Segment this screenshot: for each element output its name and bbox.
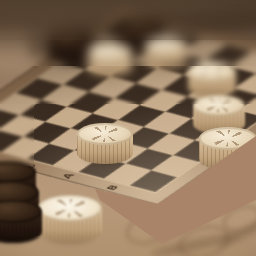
- piece-top: [77, 123, 133, 145]
- light-checker-piece[interactable]: [88, 43, 132, 76]
- carved-rosette-icon: [195, 64, 230, 78]
- light-checker-piece[interactable]: [145, 37, 187, 68]
- carved-rosette-icon: [94, 46, 126, 59]
- piece-top: [145, 37, 187, 54]
- carved-rosette-icon: [207, 130, 249, 147]
- checkers-photo-stage: БАВН: [0, 0, 256, 256]
- carved-rosette-icon: [85, 126, 125, 142]
- light-checker-piece[interactable]: [188, 62, 236, 97]
- carved-rosette-icon: [151, 39, 181, 51]
- rim-coordinate-label: В: [105, 184, 121, 191]
- dark-checker-piece[interactable]: [0, 200, 42, 243]
- piece-top: [188, 62, 236, 81]
- piece-top: [117, 18, 165, 37]
- rim-coordinate-label: А: [60, 172, 76, 179]
- piece-top: [193, 95, 245, 116]
- light-checker-piece[interactable]: [77, 123, 133, 164]
- carved-rosette-icon: [47, 199, 93, 218]
- piece-top: [88, 43, 132, 61]
- carved-rosette-icon: [200, 97, 237, 112]
- piece-top: [38, 195, 102, 221]
